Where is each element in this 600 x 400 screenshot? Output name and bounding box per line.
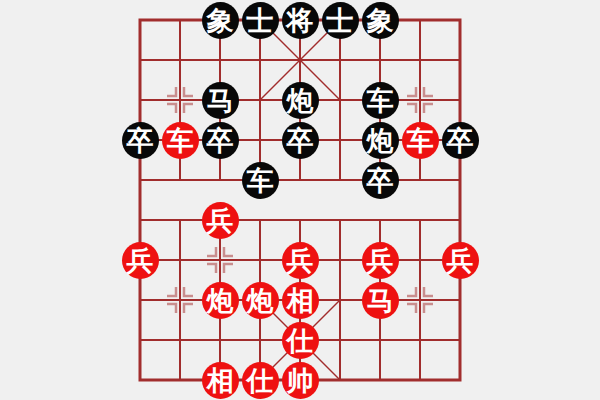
piece-red-chariot[interactable]: 车 bbox=[162, 122, 199, 159]
piece-black-soldier[interactable]: 卒 bbox=[282, 122, 319, 159]
piece-red-soldier[interactable]: 兵 bbox=[282, 242, 319, 279]
piece-red-elephant[interactable]: 相 bbox=[282, 282, 319, 319]
pieces-layer: 象士将士象马炮车卒车卒卒炮车卒车卒兵兵兵兵兵炮炮相马仕相仕帅 bbox=[0, 0, 600, 400]
piece-black-elephant[interactable]: 象 bbox=[202, 2, 239, 39]
piece-red-cannon[interactable]: 炮 bbox=[202, 282, 239, 319]
piece-black-chariot[interactable]: 车 bbox=[362, 82, 399, 119]
piece-black-soldier[interactable]: 卒 bbox=[362, 162, 399, 199]
piece-red-chariot[interactable]: 车 bbox=[402, 122, 439, 159]
piece-black-cannon[interactable]: 炮 bbox=[282, 82, 319, 119]
piece-red-horse[interactable]: 马 bbox=[362, 282, 399, 319]
piece-red-soldier[interactable]: 兵 bbox=[442, 242, 479, 279]
piece-red-advisor[interactable]: 仕 bbox=[282, 322, 319, 359]
piece-black-elephant[interactable]: 象 bbox=[362, 2, 399, 39]
piece-black-soldier[interactable]: 卒 bbox=[442, 122, 479, 159]
piece-black-chariot[interactable]: 车 bbox=[242, 162, 279, 199]
piece-red-advisor[interactable]: 仕 bbox=[242, 362, 279, 399]
piece-black-advisor[interactable]: 士 bbox=[322, 2, 359, 39]
piece-black-cannon[interactable]: 炮 bbox=[362, 122, 399, 159]
piece-red-cannon[interactable]: 炮 bbox=[242, 282, 279, 319]
piece-black-soldier[interactable]: 卒 bbox=[122, 122, 159, 159]
piece-black-horse[interactable]: 马 bbox=[202, 82, 239, 119]
xiangqi-board: 象士将士象马炮车卒车卒卒炮车卒车卒兵兵兵兵兵炮炮相马仕相仕帅 bbox=[0, 0, 600, 400]
piece-black-soldier[interactable]: 卒 bbox=[202, 122, 239, 159]
piece-red-elephant[interactable]: 相 bbox=[202, 362, 239, 399]
piece-red-soldier[interactable]: 兵 bbox=[122, 242, 159, 279]
piece-black-advisor[interactable]: 士 bbox=[242, 2, 279, 39]
piece-red-general[interactable]: 帅 bbox=[282, 362, 319, 399]
piece-red-soldier[interactable]: 兵 bbox=[362, 242, 399, 279]
piece-red-soldier[interactable]: 兵 bbox=[202, 202, 239, 239]
piece-black-general[interactable]: 将 bbox=[282, 2, 319, 39]
